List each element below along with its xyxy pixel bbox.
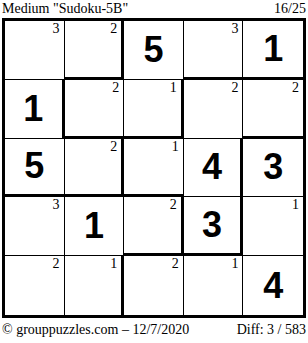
cell-r3c4[interactable]: 4	[184, 139, 244, 198]
copyright-text: © grouppuzzles.com – 12/7/2020	[2, 322, 189, 338]
cell-r3c3[interactable]: 1	[124, 139, 184, 198]
given-digit: 5	[143, 32, 163, 68]
corner-clue: 2	[112, 81, 119, 95]
cell-r1c2[interactable]: 2	[65, 21, 125, 80]
cell-r1c5[interactable]: 1	[243, 21, 303, 80]
cell-r2c2[interactable]: 2	[65, 80, 125, 139]
footer: © grouppuzzles.com – 12/7/2020 Diff: 3 /…	[2, 322, 306, 338]
cell-r2c1[interactable]: 1	[5, 80, 65, 139]
cell-r4c2[interactable]: 1	[65, 197, 125, 256]
corner-clue: 1	[172, 140, 179, 154]
given-digit: 3	[202, 207, 222, 243]
corner-clue: 2	[231, 81, 238, 95]
puzzle-title: Medium "Sudoku-5B"	[2, 1, 128, 16]
cell-r5c4[interactable]: 1	[184, 256, 244, 315]
corner-clue: 1	[231, 257, 238, 271]
cell-r1c3[interactable]: 5	[124, 21, 184, 80]
difficulty-text: Diff: 3 / 583	[237, 322, 306, 338]
corner-clue: 3	[231, 22, 238, 36]
cell-r3c1[interactable]: 5	[5, 139, 65, 198]
sudoku-board: 3253112122521433123121214	[2, 18, 306, 318]
corner-clue: 1	[292, 198, 299, 212]
given-digit: 3	[263, 149, 283, 185]
corner-clue: 2	[172, 257, 179, 271]
progress-counter: 16/25	[274, 1, 306, 16]
corner-clue: 3	[53, 22, 60, 36]
given-digit: 1	[263, 31, 283, 67]
given-digit: 5	[24, 148, 44, 184]
cell-r1c1[interactable]: 3	[5, 21, 65, 80]
corner-clue: 2	[170, 198, 177, 212]
given-digit: 1	[84, 208, 104, 244]
corner-clue: 2	[110, 140, 117, 154]
cell-r5c2[interactable]: 1	[65, 256, 125, 315]
corner-clue: 1	[170, 81, 177, 95]
cell-r3c2[interactable]: 2	[65, 139, 125, 198]
given-digit: 4	[263, 268, 283, 304]
corner-clue: 3	[53, 198, 60, 212]
cell-r5c5[interactable]: 4	[243, 256, 303, 315]
cell-r4c3[interactable]: 2	[124, 197, 184, 256]
given-digit: 1	[23, 91, 43, 127]
corner-clue: 2	[110, 22, 117, 36]
corner-clue: 2	[292, 81, 299, 95]
cell-r3c5[interactable]: 3	[243, 139, 303, 198]
cell-r5c1[interactable]: 2	[5, 256, 65, 315]
cell-r2c3[interactable]: 1	[124, 80, 184, 139]
corner-clue: 1	[110, 257, 117, 271]
cell-r4c5[interactable]: 1	[243, 197, 303, 256]
cell-r4c1[interactable]: 3	[5, 197, 65, 256]
header: Medium "Sudoku-5B" 16/25	[2, 1, 306, 16]
cell-r4c4[interactable]: 3	[184, 197, 244, 256]
cell-r2c4[interactable]: 2	[184, 80, 244, 139]
cell-r5c3[interactable]: 2	[124, 256, 184, 315]
cell-r2c5[interactable]: 2	[243, 80, 303, 139]
given-digit: 4	[202, 149, 222, 185]
corner-clue: 2	[53, 257, 60, 271]
cell-r1c4[interactable]: 3	[184, 21, 244, 80]
